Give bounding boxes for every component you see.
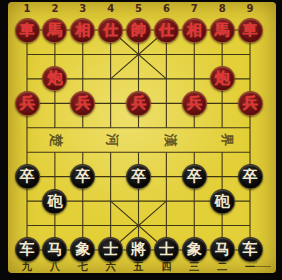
piece-red-r1c1[interactable]: 車 <box>15 18 40 43</box>
file-label-bottom-2: 八 <box>48 260 62 274</box>
piece-red-r4c9[interactable]: 兵 <box>238 91 263 116</box>
river-char-2: 河 <box>105 133 119 147</box>
piece-black-r7c9[interactable]: 卒 <box>238 164 263 189</box>
piece-black-r10c1[interactable]: 车 <box>15 237 40 262</box>
piece-red-r3c8[interactable]: 炮 <box>210 66 235 91</box>
file-label-bottom-7: 三 <box>187 260 201 274</box>
river-char-4: 界 <box>220 133 234 147</box>
piece-red-r4c5[interactable]: 兵 <box>126 91 151 116</box>
piece-red-r4c1[interactable]: 兵 <box>15 91 40 116</box>
piece-red-r1c6[interactable]: 仕 <box>154 18 179 43</box>
piece-red-r1c2[interactable]: 馬 <box>42 18 67 43</box>
file-label-top-3: 3 <box>76 3 90 14</box>
file-label-top-8: 8 <box>215 3 229 14</box>
piece-black-r10c9[interactable]: 车 <box>238 237 263 262</box>
file-label-top-4: 4 <box>104 3 118 14</box>
piece-red-r3c2[interactable]: 炮 <box>42 66 67 91</box>
piece-red-r1c3[interactable]: 相 <box>70 18 95 43</box>
piece-black-r10c2[interactable]: 马 <box>42 237 67 262</box>
piece-red-r4c7[interactable]: 兵 <box>182 91 207 116</box>
file-label-top-6: 6 <box>159 3 173 14</box>
file-label-bottom-4: 六 <box>104 260 118 274</box>
piece-red-r1c4[interactable]: 仕 <box>98 18 123 43</box>
river-char-3: 漢 <box>163 133 177 147</box>
file-label-bottom-6: 四 <box>159 260 173 274</box>
piece-black-r8c2[interactable]: 砲 <box>42 189 67 214</box>
piece-red-r1c5[interactable]: 帥 <box>126 18 151 43</box>
file-label-top-1: 1 <box>20 3 34 14</box>
file-label-bottom-1: 九 <box>20 260 34 274</box>
piece-red-r1c9[interactable]: 車 <box>238 18 263 43</box>
piece-red-r1c7[interactable]: 相 <box>182 18 207 43</box>
file-label-bottom-8: 二 <box>215 260 229 274</box>
piece-black-r10c7[interactable]: 象 <box>182 237 207 262</box>
file-label-top-5: 5 <box>132 3 146 14</box>
piece-black-r10c3[interactable]: 象 <box>70 237 95 262</box>
file-label-bottom-3: 七 <box>76 260 90 274</box>
piece-black-r10c8[interactable]: 马 <box>210 237 235 262</box>
photo-frame: 123456789九八七六五四三二一楚河漢界車馬相仕帥仕相馬車炮炮兵兵兵兵兵卒卒… <box>0 0 282 280</box>
river-char-1: 楚 <box>49 133 63 147</box>
piece-black-r7c3[interactable]: 卒 <box>70 164 95 189</box>
piece-black-r8c8[interactable]: 砲 <box>210 189 235 214</box>
file-label-top-9: 9 <box>243 3 257 14</box>
piece-black-r10c5[interactable]: 將 <box>126 237 151 262</box>
piece-black-r10c6[interactable]: 士 <box>154 237 179 262</box>
file-label-bottom-5: 五 <box>132 260 146 274</box>
file-label-top-7: 7 <box>187 3 201 14</box>
piece-red-r4c3[interactable]: 兵 <box>70 91 95 116</box>
file-label-top-2: 2 <box>48 3 62 14</box>
piece-black-r7c1[interactable]: 卒 <box>15 164 40 189</box>
piece-black-r10c4[interactable]: 士 <box>98 237 123 262</box>
piece-black-r7c7[interactable]: 卒 <box>182 164 207 189</box>
piece-black-r7c5[interactable]: 卒 <box>126 164 151 189</box>
file-label-bottom-9: 一 <box>243 260 257 274</box>
piece-red-r1c8[interactable]: 馬 <box>210 18 235 43</box>
